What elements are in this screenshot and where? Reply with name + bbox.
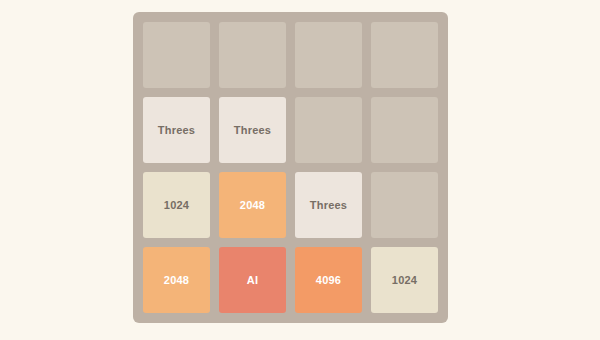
tile: 2048 <box>143 247 210 313</box>
empty-cell <box>371 97 438 163</box>
empty-cell <box>143 22 210 88</box>
tile: Threes <box>295 172 362 238</box>
tile: 2048 <box>219 172 286 238</box>
tile: AI <box>219 247 286 313</box>
empty-cell <box>295 97 362 163</box>
empty-cell <box>295 22 362 88</box>
tile: Threes <box>143 97 210 163</box>
tile: 1024 <box>371 247 438 313</box>
game-board[interactable]: ThreesThrees10242048Threes2048AI40961024 <box>133 12 448 323</box>
tile: Threes <box>219 97 286 163</box>
tile: 1024 <box>143 172 210 238</box>
tile: 4096 <box>295 247 362 313</box>
empty-cell <box>219 22 286 88</box>
empty-cell <box>371 22 438 88</box>
empty-cell <box>371 172 438 238</box>
